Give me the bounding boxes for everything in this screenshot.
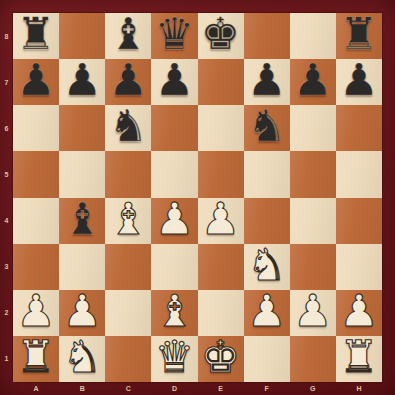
square-h4[interactable]	[336, 198, 382, 244]
square-f2[interactable]: ♟	[244, 290, 290, 336]
white-knight[interactable]: ♞	[247, 242, 286, 288]
square-a3[interactable]	[13, 244, 59, 290]
rank-label-1: 1	[0, 336, 13, 382]
square-c2[interactable]	[105, 290, 151, 336]
rank-label-3: 3	[0, 244, 13, 290]
white-pawn[interactable]: ♟	[16, 288, 55, 334]
square-f7[interactable]: ♟	[244, 59, 290, 105]
black-pawn[interactable]: ♟	[339, 57, 378, 103]
white-pawn[interactable]: ♟	[155, 196, 194, 242]
square-f4[interactable]	[244, 198, 290, 244]
square-g1[interactable]	[290, 336, 336, 382]
black-knight[interactable]: ♞	[109, 103, 148, 149]
square-h2[interactable]: ♟	[336, 290, 382, 336]
rank-label-8: 8	[0, 13, 13, 59]
square-g4[interactable]	[290, 198, 336, 244]
white-pawn[interactable]: ♟	[62, 288, 101, 334]
square-d7[interactable]: ♟	[151, 59, 197, 105]
square-e1[interactable]: ♚	[198, 336, 244, 382]
white-rook[interactable]: ♜	[16, 334, 55, 380]
black-bishop[interactable]: ♝	[109, 11, 148, 57]
black-rook[interactable]: ♜	[339, 11, 378, 57]
square-e8[interactable]: ♚	[198, 13, 244, 59]
square-g8[interactable]	[290, 13, 336, 59]
square-a5[interactable]	[13, 151, 59, 197]
white-pawn[interactable]: ♟	[339, 288, 378, 334]
square-f8[interactable]	[244, 13, 290, 59]
file-label-a: A	[13, 382, 59, 395]
square-d1[interactable]: ♛	[151, 336, 197, 382]
square-g7[interactable]: ♟	[290, 59, 336, 105]
file-label-g: G	[290, 382, 336, 395]
white-bishop[interactable]: ♝	[109, 196, 148, 242]
black-bishop[interactable]: ♝	[62, 196, 101, 242]
square-b1[interactable]: ♞	[59, 336, 105, 382]
chess-board-frame: 87654321 ABCDEFGH ♜♝♛♚♜♟♟♟♟♟♟♟♞♞♝♝♟♟♞♟♟♝…	[0, 0, 395, 395]
square-g2[interactable]: ♟	[290, 290, 336, 336]
square-e7[interactable]	[198, 59, 244, 105]
square-d4[interactable]: ♟	[151, 198, 197, 244]
square-d8[interactable]: ♛	[151, 13, 197, 59]
file-label-d: D	[151, 382, 197, 395]
file-label-e: E	[198, 382, 244, 395]
square-e2[interactable]	[198, 290, 244, 336]
square-f6[interactable]: ♞	[244, 105, 290, 151]
file-label-b: B	[59, 382, 105, 395]
white-pawn[interactable]: ♟	[293, 288, 332, 334]
square-h8[interactable]: ♜	[336, 13, 382, 59]
square-g6[interactable]	[290, 105, 336, 151]
black-pawn[interactable]: ♟	[155, 57, 194, 103]
square-d2[interactable]: ♝	[151, 290, 197, 336]
square-b3[interactable]	[59, 244, 105, 290]
file-label-c: C	[105, 382, 151, 395]
square-a4[interactable]	[13, 198, 59, 244]
white-rook[interactable]: ♜	[339, 334, 378, 380]
square-c6[interactable]: ♞	[105, 105, 151, 151]
rank-label-5: 5	[0, 151, 13, 197]
square-a2[interactable]: ♟	[13, 290, 59, 336]
square-b4[interactable]: ♝	[59, 198, 105, 244]
square-g5[interactable]	[290, 151, 336, 197]
file-label-f: F	[244, 382, 290, 395]
black-knight[interactable]: ♞	[247, 103, 286, 149]
square-c4[interactable]: ♝	[105, 198, 151, 244]
square-g3[interactable]	[290, 244, 336, 290]
square-a7[interactable]: ♟	[13, 59, 59, 105]
square-b7[interactable]: ♟	[59, 59, 105, 105]
rank-label-6: 6	[0, 105, 13, 151]
rank-label-7: 7	[0, 59, 13, 105]
black-pawn[interactable]: ♟	[109, 57, 148, 103]
square-a6[interactable]	[13, 105, 59, 151]
rank-label-4: 4	[0, 198, 13, 244]
square-f1[interactable]	[244, 336, 290, 382]
white-queen[interactable]: ♛	[155, 334, 194, 380]
square-e5[interactable]	[198, 151, 244, 197]
black-rook[interactable]: ♜	[16, 11, 55, 57]
white-bishop[interactable]: ♝	[155, 288, 194, 334]
white-king[interactable]: ♚	[201, 334, 240, 380]
square-c8[interactable]: ♝	[105, 13, 151, 59]
square-b6[interactable]	[59, 105, 105, 151]
square-a8[interactable]: ♜	[13, 13, 59, 59]
black-pawn[interactable]: ♟	[62, 57, 101, 103]
square-h3[interactable]	[336, 244, 382, 290]
white-knight[interactable]: ♞	[62, 334, 101, 380]
rank-label-2: 2	[0, 290, 13, 336]
square-h6[interactable]	[336, 105, 382, 151]
square-h1[interactable]: ♜	[336, 336, 382, 382]
white-pawn[interactable]: ♟	[201, 196, 240, 242]
black-pawn[interactable]: ♟	[16, 57, 55, 103]
square-c7[interactable]: ♟	[105, 59, 151, 105]
black-king[interactable]: ♚	[201, 11, 240, 57]
square-e6[interactable]	[198, 105, 244, 151]
square-d3[interactable]	[151, 244, 197, 290]
square-a1[interactable]: ♜	[13, 336, 59, 382]
square-e4[interactable]: ♟	[198, 198, 244, 244]
square-b5[interactable]	[59, 151, 105, 197]
black-pawn[interactable]: ♟	[293, 57, 332, 103]
square-b8[interactable]	[59, 13, 105, 59]
square-h7[interactable]: ♟	[336, 59, 382, 105]
black-queen[interactable]: ♛	[155, 11, 194, 57]
square-f3[interactable]: ♞	[244, 244, 290, 290]
black-pawn[interactable]: ♟	[247, 57, 286, 103]
square-e3[interactable]	[198, 244, 244, 290]
file-label-h: H	[336, 382, 382, 395]
white-pawn[interactable]: ♟	[247, 288, 286, 334]
square-h5[interactable]	[336, 151, 382, 197]
file-labels: ABCDEFGH	[13, 382, 382, 395]
square-c5[interactable]	[105, 151, 151, 197]
rank-labels: 87654321	[0, 13, 13, 382]
square-c1[interactable]	[105, 336, 151, 382]
square-b2[interactable]: ♟	[59, 290, 105, 336]
board: ♜♝♛♚♜♟♟♟♟♟♟♟♞♞♝♝♟♟♞♟♟♝♟♟♟♜♞♛♚♜	[13, 13, 382, 382]
square-d6[interactable]	[151, 105, 197, 151]
square-c3[interactable]	[105, 244, 151, 290]
square-d5[interactable]	[151, 151, 197, 197]
square-f5[interactable]	[244, 151, 290, 197]
